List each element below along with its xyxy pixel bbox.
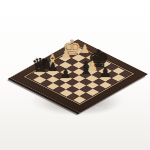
watermark-mark bbox=[95, 107, 108, 109]
chess-set-product-photo: ♟♚♚♟♟♟♝♝♞♟♟♛ bbox=[0, 0, 150, 150]
piece-white-pawn-f8: ♟ bbox=[60, 48, 70, 59]
piece-black-pawn-c5: ♟ bbox=[60, 68, 71, 80]
